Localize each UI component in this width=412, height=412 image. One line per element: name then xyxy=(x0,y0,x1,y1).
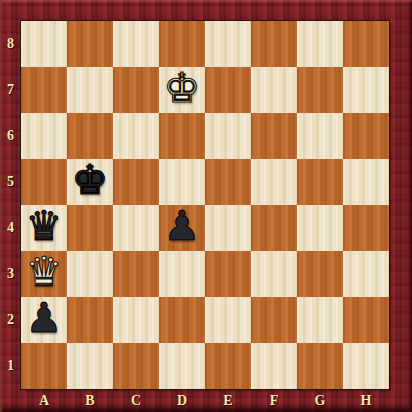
square-b2[interactable] xyxy=(67,297,113,343)
file-label-d: D xyxy=(159,389,205,412)
square-f2[interactable] xyxy=(251,297,297,343)
square-c4[interactable] xyxy=(113,205,159,251)
square-g2[interactable] xyxy=(297,297,343,343)
black-king-piece[interactable]: ♚ xyxy=(72,157,109,203)
square-b3[interactable] xyxy=(67,251,113,297)
square-b8[interactable] xyxy=(67,21,113,67)
square-e6[interactable] xyxy=(205,113,251,159)
file-label-e: E xyxy=(205,389,251,412)
black-pawn-piece[interactable]: ♟ xyxy=(26,295,63,341)
square-f8[interactable] xyxy=(251,21,297,67)
square-d5[interactable] xyxy=(159,159,205,205)
square-h4[interactable] xyxy=(343,205,389,251)
file-label-h: H xyxy=(343,389,389,412)
square-a5[interactable] xyxy=(21,159,67,205)
square-c5[interactable] xyxy=(113,159,159,205)
square-a4[interactable]: ♛ xyxy=(21,205,67,251)
square-e4[interactable] xyxy=(205,205,251,251)
square-d1[interactable] xyxy=(159,343,205,389)
square-d8[interactable] xyxy=(159,21,205,67)
square-d3[interactable] xyxy=(159,251,205,297)
square-e7[interactable] xyxy=(205,67,251,113)
rank-label-6: 6 xyxy=(0,113,21,159)
square-b5[interactable]: ♚ xyxy=(67,159,113,205)
rank-label-5: 5 xyxy=(0,159,21,205)
square-a6[interactable] xyxy=(21,113,67,159)
white-king-piece[interactable]: ♚ xyxy=(164,65,201,111)
square-g7[interactable] xyxy=(297,67,343,113)
square-a2[interactable]: ♟ xyxy=(21,297,67,343)
file-label-c: C xyxy=(113,389,159,412)
square-a1[interactable] xyxy=(21,343,67,389)
square-b1[interactable] xyxy=(67,343,113,389)
square-h6[interactable] xyxy=(343,113,389,159)
square-a3[interactable]: ♛ xyxy=(21,251,67,297)
square-g5[interactable] xyxy=(297,159,343,205)
white-queen-piece[interactable]: ♛ xyxy=(26,249,63,295)
black-pawn-piece[interactable]: ♟ xyxy=(164,203,201,249)
square-d2[interactable] xyxy=(159,297,205,343)
file-label-f: F xyxy=(251,389,297,412)
square-a8[interactable] xyxy=(21,21,67,67)
rank-label-7: 7 xyxy=(0,67,21,113)
square-d7[interactable]: ♚ xyxy=(159,67,205,113)
file-label-g: G xyxy=(297,389,343,412)
square-b6[interactable] xyxy=(67,113,113,159)
file-label-b: B xyxy=(67,389,113,412)
square-e5[interactable] xyxy=(205,159,251,205)
file-label-a: A xyxy=(21,389,67,412)
square-c2[interactable] xyxy=(113,297,159,343)
square-c1[interactable] xyxy=(113,343,159,389)
square-h8[interactable] xyxy=(343,21,389,67)
square-g1[interactable] xyxy=(297,343,343,389)
square-g3[interactable] xyxy=(297,251,343,297)
square-f7[interactable] xyxy=(251,67,297,113)
board-frame: ♚♚♛♟♛♟ 87654321 ABCDEFGH xyxy=(0,0,412,412)
square-h2[interactable] xyxy=(343,297,389,343)
square-a7[interactable] xyxy=(21,67,67,113)
square-c3[interactable] xyxy=(113,251,159,297)
chess-board: ♚♚♛♟♛♟ xyxy=(21,21,389,389)
square-f1[interactable] xyxy=(251,343,297,389)
rank-label-1: 1 xyxy=(0,343,21,389)
square-g4[interactable] xyxy=(297,205,343,251)
square-e1[interactable] xyxy=(205,343,251,389)
square-g6[interactable] xyxy=(297,113,343,159)
square-h5[interactable] xyxy=(343,159,389,205)
square-b7[interactable] xyxy=(67,67,113,113)
square-e8[interactable] xyxy=(205,21,251,67)
square-c8[interactable] xyxy=(113,21,159,67)
square-d6[interactable] xyxy=(159,113,205,159)
black-queen-piece[interactable]: ♛ xyxy=(26,203,63,249)
square-h3[interactable] xyxy=(343,251,389,297)
square-g8[interactable] xyxy=(297,21,343,67)
rank-label-4: 4 xyxy=(0,205,21,251)
square-e2[interactable] xyxy=(205,297,251,343)
square-f6[interactable] xyxy=(251,113,297,159)
rank-label-3: 3 xyxy=(0,251,21,297)
rank-label-2: 2 xyxy=(0,297,21,343)
square-e3[interactable] xyxy=(205,251,251,297)
square-h7[interactable] xyxy=(343,67,389,113)
square-c6[interactable] xyxy=(113,113,159,159)
square-d4[interactable]: ♟ xyxy=(159,205,205,251)
square-b4[interactable] xyxy=(67,205,113,251)
square-c7[interactable] xyxy=(113,67,159,113)
square-f4[interactable] xyxy=(251,205,297,251)
rank-label-8: 8 xyxy=(0,21,21,67)
square-f5[interactable] xyxy=(251,159,297,205)
square-h1[interactable] xyxy=(343,343,389,389)
square-f3[interactable] xyxy=(251,251,297,297)
